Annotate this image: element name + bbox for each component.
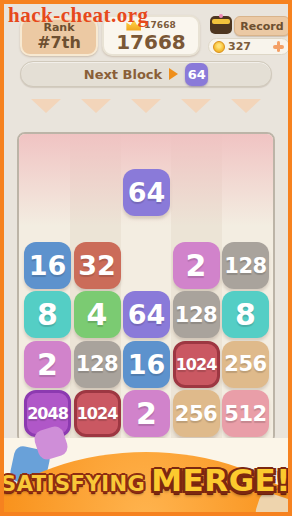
cake-icon [210, 14, 232, 34]
tile-512: 512 [222, 390, 269, 437]
board: 1632212884641288212816102425620481024225… [17, 132, 275, 444]
tile-256: 256 [173, 390, 220, 437]
watermark-text: hack-cheat.org [8, 3, 149, 27]
score-secondary: 17668 [144, 20, 175, 30]
tile-64: 64 [123, 291, 170, 338]
drop-arrow-2 [81, 99, 111, 113]
game-screen: hack-cheat.org Rank #7th 17668 17668 Rec… [0, 0, 292, 516]
record-button[interactable]: Record [234, 16, 290, 36]
tile-128: 128 [222, 242, 269, 289]
next-block-bar: Next Block 64 [20, 61, 272, 87]
arrow-right-icon [169, 68, 178, 80]
next-block-tile: 64 [185, 63, 208, 86]
tile-2: 2 [173, 242, 220, 289]
promo-banner-text: SATISFYING MERGE! [4, 462, 288, 498]
tile-2: 2 [24, 341, 71, 388]
tile-32: 32 [74, 242, 121, 289]
tile-16: 16 [24, 242, 71, 289]
falling-tile-64: 64 [123, 169, 170, 216]
coin-icon [213, 41, 225, 53]
tile-8: 8 [222, 291, 269, 338]
banner-word-satisfying: SATISFYING [1, 472, 145, 496]
tile-256: 256 [222, 341, 269, 388]
tile-128: 128 [173, 291, 220, 338]
drop-arrow-4 [181, 99, 211, 113]
drop-arrow-3 [131, 99, 161, 113]
tile-1024: 1024 [173, 341, 220, 388]
drop-arrow-5 [231, 99, 261, 113]
tile-2: 2 [123, 390, 170, 437]
tile-16: 16 [123, 341, 170, 388]
tile-8: 8 [24, 291, 71, 338]
coin-pill: 327 [208, 38, 290, 55]
banner-word-merge: MERGE! [151, 462, 291, 498]
coin-count: 327 [228, 40, 272, 53]
board-tiles: 1632212884641288212816102425620481024225… [19, 134, 273, 442]
tile-128: 128 [74, 341, 121, 388]
drop-arrow-1 [31, 99, 61, 113]
score-value: 17668 [116, 32, 186, 53]
add-coins-button[interactable] [272, 40, 285, 53]
next-block-label: Next Block [84, 67, 162, 82]
tile-1024: 1024 [74, 390, 121, 437]
tile-4: 4 [74, 291, 121, 338]
rank-value: #7th [37, 34, 81, 52]
